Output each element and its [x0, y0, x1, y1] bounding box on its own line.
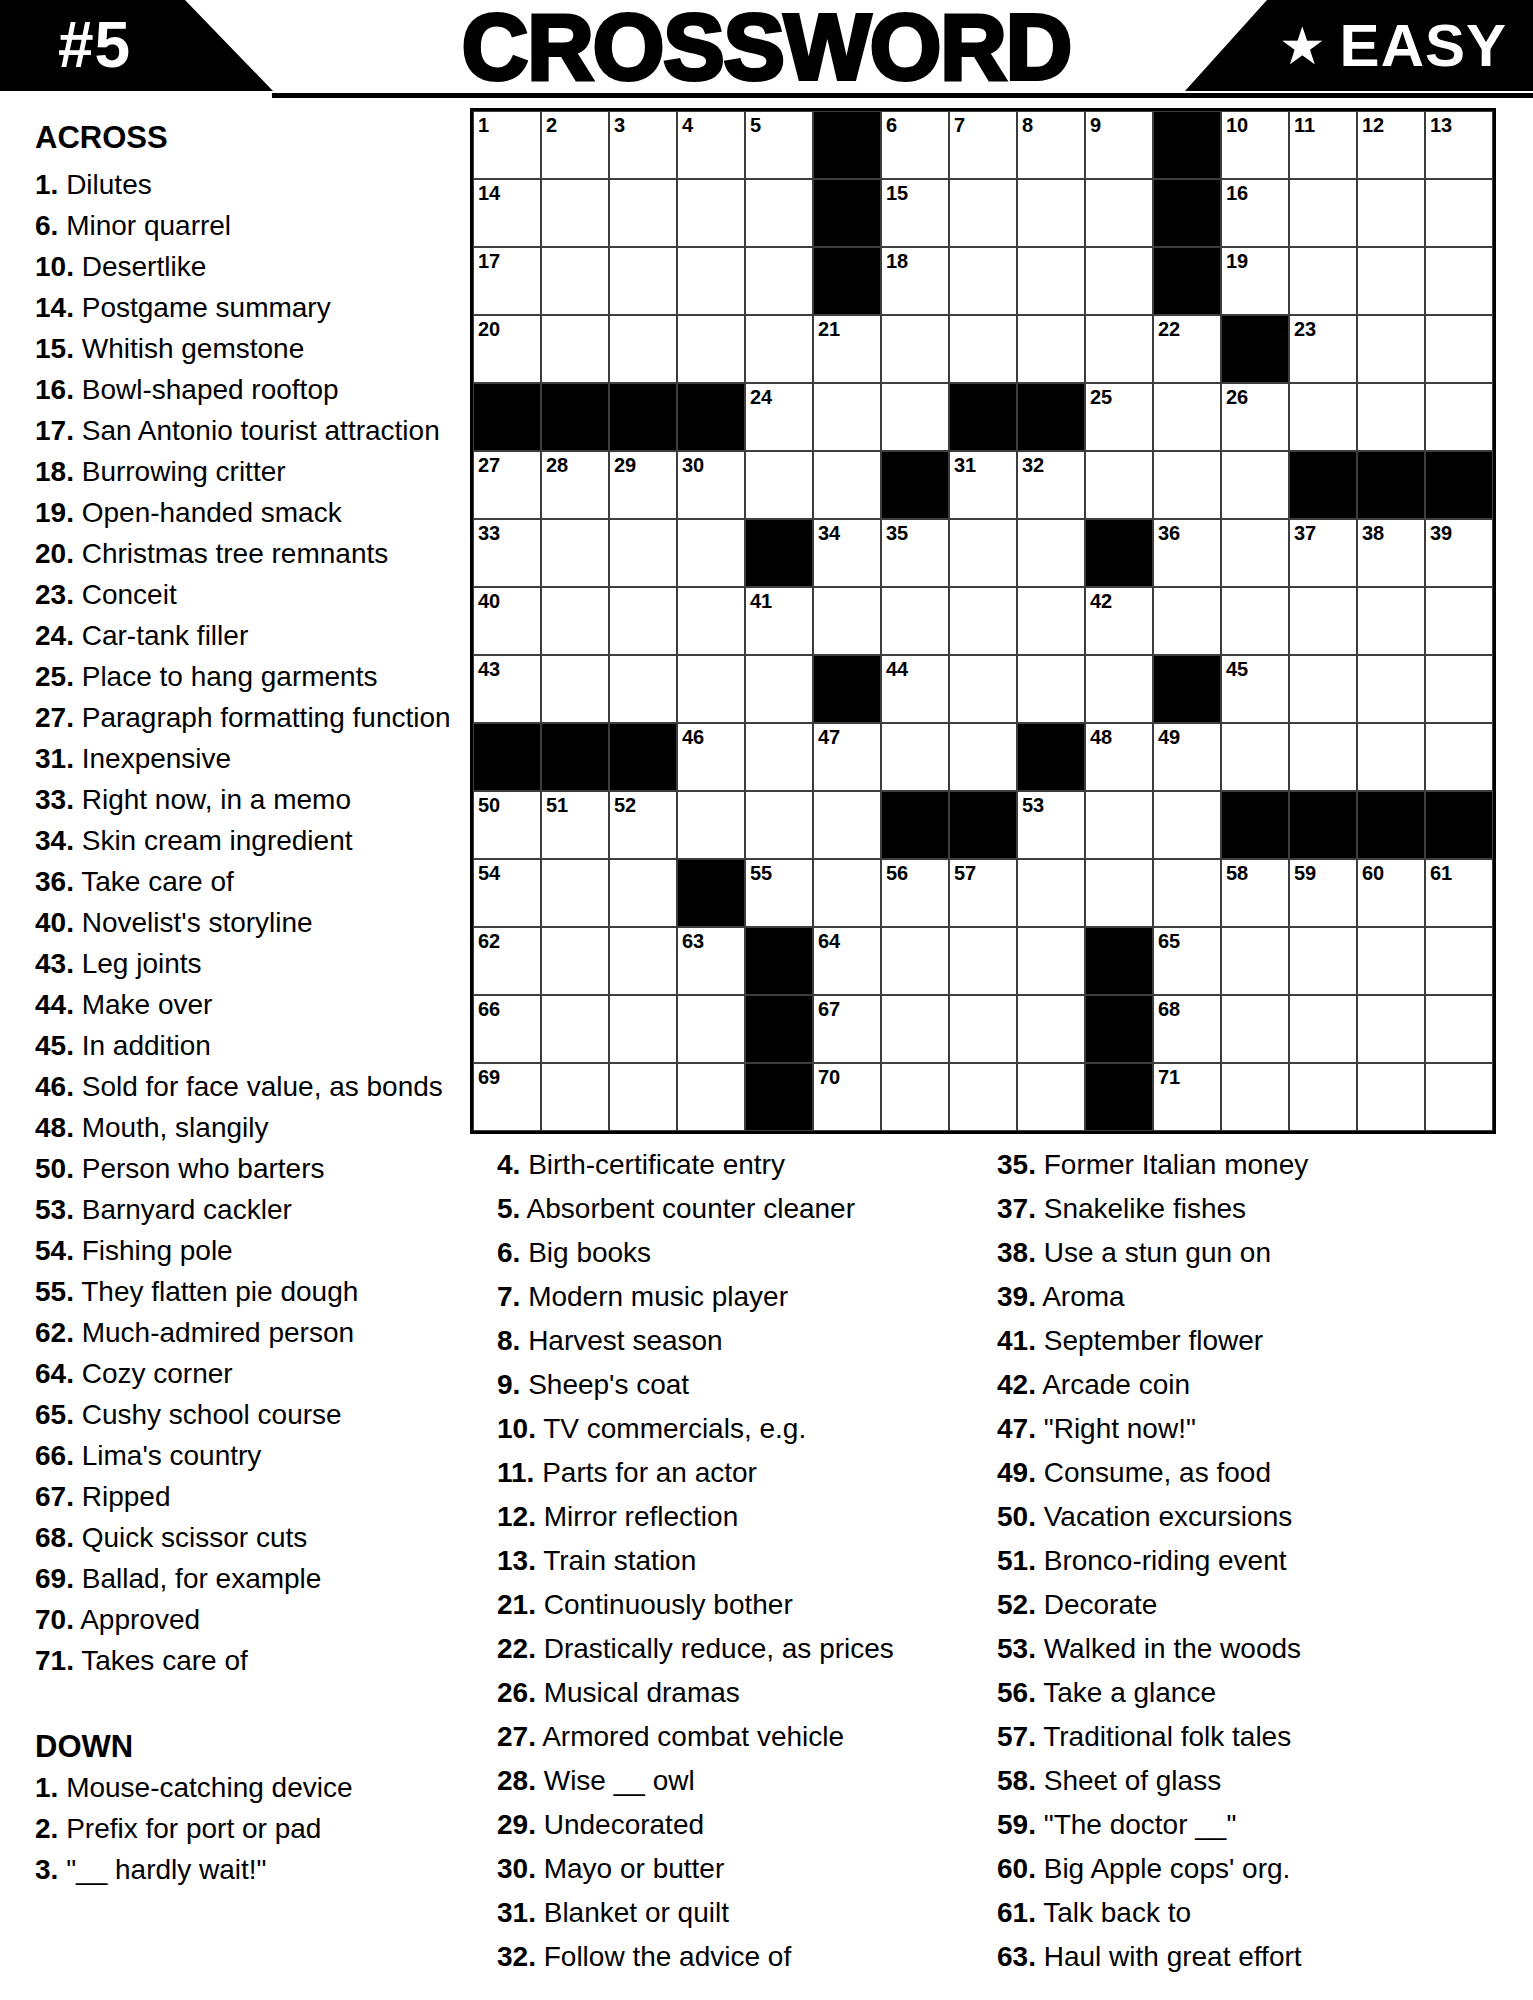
cell-r4c3[interactable] — [609, 315, 677, 383]
cell-r15c2[interactable] — [541, 1063, 609, 1131]
cell-r3c13[interactable] — [1289, 247, 1357, 315]
clue-number: 1. — [35, 169, 58, 200]
cell-number-15: 15 — [886, 181, 908, 205]
black-cell-r11c13 — [1289, 791, 1357, 859]
clue-number: 6. — [497, 1237, 520, 1268]
cell-r7c12[interactable] — [1221, 519, 1289, 587]
cell-r6c3[interactable]: 29 — [609, 451, 677, 519]
cell-r3c10[interactable] — [1085, 247, 1153, 315]
cell-number-56: 56 — [886, 861, 908, 885]
cell-r15c11[interactable]: 71 — [1153, 1063, 1221, 1131]
cell-r11c5[interactable] — [745, 791, 813, 859]
cell-number-34: 34 — [818, 521, 840, 545]
cell-r9c5[interactable] — [745, 655, 813, 723]
clue-number: 33. — [35, 784, 74, 815]
clue-number: 36. — [35, 866, 74, 897]
clue-down-42: 42. Arcade coin — [997, 1370, 1477, 1400]
cell-r8c6[interactable] — [813, 587, 881, 655]
cell-r8c7[interactable] — [881, 587, 949, 655]
cell-r1c3[interactable]: 3 — [609, 111, 677, 179]
cell-r4c13[interactable]: 23 — [1289, 315, 1357, 383]
cell-number-67: 67 — [818, 997, 840, 1021]
black-cell-r14c10 — [1085, 995, 1153, 1063]
cell-r12c6[interactable] — [813, 859, 881, 927]
clue-number: 29. — [497, 1809, 536, 1840]
clue-down-21: 21. Continuously bother — [497, 1590, 982, 1620]
cell-r13c14[interactable] — [1357, 927, 1425, 995]
cell-r12c10[interactable] — [1085, 859, 1153, 927]
cell-r8c14[interactable] — [1357, 587, 1425, 655]
clue-number: 21. — [497, 1589, 536, 1620]
cell-r14c1[interactable]: 66 — [473, 995, 541, 1063]
cell-r11c4[interactable] — [677, 791, 745, 859]
cell-r2c3[interactable] — [609, 179, 677, 247]
cell-r4c15[interactable] — [1425, 315, 1493, 383]
cell-r4c5[interactable] — [745, 315, 813, 383]
cell-r8c10[interactable]: 42 — [1085, 587, 1153, 655]
cell-r9c4[interactable] — [677, 655, 745, 723]
clue-number: 14. — [35, 292, 74, 323]
black-cell-r6c15 — [1425, 451, 1493, 519]
clue-number: 50. — [35, 1153, 74, 1184]
cell-r13c3[interactable] — [609, 927, 677, 995]
cell-r1c8[interactable]: 7 — [949, 111, 1017, 179]
cell-r13c8[interactable] — [949, 927, 1017, 995]
cell-r12c15[interactable]: 61 — [1425, 859, 1493, 927]
cell-r5c6[interactable] — [813, 383, 881, 451]
cell-r12c8[interactable]: 57 — [949, 859, 1017, 927]
cell-r9c7[interactable]: 44 — [881, 655, 949, 723]
cell-r4c11[interactable]: 22 — [1153, 315, 1221, 383]
clue-number: 43. — [35, 948, 74, 979]
cell-r6c6[interactable] — [813, 451, 881, 519]
cell-r7c6[interactable]: 34 — [813, 519, 881, 587]
cell-r15c15[interactable] — [1425, 1063, 1493, 1131]
clue-number: 64. — [35, 1358, 74, 1389]
cell-r4c9[interactable] — [1017, 315, 1085, 383]
cell-r12c12[interactable]: 58 — [1221, 859, 1289, 927]
cell-r12c2[interactable] — [541, 859, 609, 927]
cell-r8c1[interactable]: 40 — [473, 587, 541, 655]
cell-r2c15[interactable] — [1425, 179, 1493, 247]
cell-r3c1[interactable]: 17 — [473, 247, 541, 315]
cell-r9c9[interactable] — [1017, 655, 1085, 723]
clue-down-28: 28. Wise __ owl — [497, 1766, 982, 1796]
clue-down-32: 32. Follow the advice of — [497, 1942, 982, 1972]
cell-r10c15[interactable] — [1425, 723, 1493, 791]
clue-number: 26. — [497, 1677, 536, 1708]
black-cell-r11c14 — [1357, 791, 1425, 859]
cell-r3c7[interactable]: 18 — [881, 247, 949, 315]
cell-number-52: 52 — [614, 793, 636, 817]
cell-r15c1[interactable]: 69 — [473, 1063, 541, 1131]
cell-r8c5[interactable]: 41 — [745, 587, 813, 655]
cell-r7c13[interactable]: 37 — [1289, 519, 1357, 587]
cell-r7c9[interactable] — [1017, 519, 1085, 587]
cell-r6c12[interactable] — [1221, 451, 1289, 519]
clue-number: 54. — [35, 1235, 74, 1266]
clue-down-63: 63. Haul with great effort — [997, 1942, 1477, 1972]
cell-r7c7[interactable]: 35 — [881, 519, 949, 587]
clue-down-50: 50. Vacation excursions — [997, 1502, 1477, 1532]
clue-across-16: 16. Bowl-shaped rooftop — [35, 375, 461, 404]
cell-r1c9[interactable]: 8 — [1017, 111, 1085, 179]
cell-r6c11[interactable] — [1153, 451, 1221, 519]
clue-down-2: 2. Prefix for port or pad — [35, 1814, 461, 1843]
cell-r14c15[interactable] — [1425, 995, 1493, 1063]
black-cell-r14c5 — [745, 995, 813, 1063]
clue-across-10: 10. Desertlike — [35, 252, 461, 281]
cell-r7c1[interactable]: 33 — [473, 519, 541, 587]
cell-r10c12[interactable] — [1221, 723, 1289, 791]
black-cell-r7c10 — [1085, 519, 1153, 587]
cell-r13c11[interactable]: 65 — [1153, 927, 1221, 995]
black-cell-r5c3 — [609, 383, 677, 451]
cell-r4c1[interactable]: 20 — [473, 315, 541, 383]
cell-r3c14[interactable] — [1357, 247, 1425, 315]
cell-r9c3[interactable] — [609, 655, 677, 723]
cell-r9c10[interactable] — [1085, 655, 1153, 723]
cell-r2c12[interactable]: 16 — [1221, 179, 1289, 247]
cell-number-10: 10 — [1226, 113, 1248, 137]
clue-number: 59. — [997, 1809, 1036, 1840]
cell-r10c7[interactable] — [881, 723, 949, 791]
black-cell-r2c6 — [813, 179, 881, 247]
cell-r3c4[interactable] — [677, 247, 745, 315]
cell-r13c1[interactable]: 62 — [473, 927, 541, 995]
black-cell-r6c14 — [1357, 451, 1425, 519]
clue-down-29: 29. Undecorated — [497, 1810, 982, 1840]
cell-r6c9[interactable]: 32 — [1017, 451, 1085, 519]
cell-r7c8[interactable] — [949, 519, 1017, 587]
cell-r10c6[interactable]: 47 — [813, 723, 881, 791]
cell-r15c7[interactable] — [881, 1063, 949, 1131]
cell-r7c15[interactable]: 39 — [1425, 519, 1493, 587]
cell-number-39: 39 — [1430, 521, 1452, 545]
header-rule — [272, 93, 1533, 98]
cell-r6c1[interactable]: 27 — [473, 451, 541, 519]
cell-r9c14[interactable] — [1357, 655, 1425, 723]
clue-down-3: 3. "__ hardly wait!" — [35, 1855, 461, 1884]
clue-down-38: 38. Use a stun gun on — [997, 1238, 1477, 1268]
cell-r6c4[interactable]: 30 — [677, 451, 745, 519]
cell-r6c5[interactable] — [745, 451, 813, 519]
cell-r14c7[interactable] — [881, 995, 949, 1063]
cell-r13c9[interactable] — [1017, 927, 1085, 995]
cell-r3c9[interactable] — [1017, 247, 1085, 315]
cell-r13c7[interactable] — [881, 927, 949, 995]
cell-r11c1[interactable]: 50 — [473, 791, 541, 859]
cell-r4c6[interactable]: 21 — [813, 315, 881, 383]
cell-r10c10[interactable]: 48 — [1085, 723, 1153, 791]
cell-r12c11[interactable] — [1153, 859, 1221, 927]
cell-r9c12[interactable]: 45 — [1221, 655, 1289, 723]
cell-r6c2[interactable]: 28 — [541, 451, 609, 519]
cell-number-36: 36 — [1158, 521, 1180, 545]
cell-r14c6[interactable]: 67 — [813, 995, 881, 1063]
cell-number-32: 32 — [1022, 453, 1044, 477]
cell-r1c13[interactable]: 11 — [1289, 111, 1357, 179]
clue-number: 71. — [35, 1645, 74, 1676]
cell-number-14: 14 — [478, 181, 500, 205]
cell-r4c2[interactable] — [541, 315, 609, 383]
cell-r11c6[interactable] — [813, 791, 881, 859]
cell-r3c15[interactable] — [1425, 247, 1493, 315]
clue-number: 46. — [35, 1071, 74, 1102]
clue-down-47: 47. "Right now!" — [997, 1414, 1477, 1444]
clue-across-65: 65. Cushy school course — [35, 1400, 461, 1429]
clue-number: 50. — [997, 1501, 1036, 1532]
cell-r7c3[interactable] — [609, 519, 677, 587]
cell-r1c12[interactable]: 10 — [1221, 111, 1289, 179]
clue-down-61: 61. Talk back to — [997, 1898, 1477, 1928]
black-cell-r2c11 — [1153, 179, 1221, 247]
cell-r14c4[interactable] — [677, 995, 745, 1063]
black-cell-r6c13 — [1289, 451, 1357, 519]
cell-r1c4[interactable]: 4 — [677, 111, 745, 179]
clue-down-13: 13. Train station — [497, 1546, 982, 1576]
cell-number-13: 13 — [1430, 113, 1452, 137]
clue-number: 51. — [997, 1545, 1036, 1576]
cell-r14c3[interactable] — [609, 995, 677, 1063]
cell-r2c9[interactable] — [1017, 179, 1085, 247]
clue-number: 19. — [35, 497, 74, 528]
clue-across-70: 70. Approved — [35, 1605, 461, 1634]
cell-r8c2[interactable] — [541, 587, 609, 655]
cell-r12c14[interactable]: 60 — [1357, 859, 1425, 927]
cell-r2c5[interactable] — [745, 179, 813, 247]
cell-r14c14[interactable] — [1357, 995, 1425, 1063]
cell-r5c10[interactable]: 25 — [1085, 383, 1153, 451]
cell-r13c12[interactable] — [1221, 927, 1289, 995]
cell-r2c13[interactable] — [1289, 179, 1357, 247]
clue-across-66: 66. Lima's country — [35, 1441, 461, 1470]
cell-r13c13[interactable] — [1289, 927, 1357, 995]
cell-r8c8[interactable] — [949, 587, 1017, 655]
cell-number-25: 25 — [1090, 385, 1112, 409]
cell-r14c11[interactable]: 68 — [1153, 995, 1221, 1063]
cell-r10c13[interactable] — [1289, 723, 1357, 791]
cell-r9c15[interactable] — [1425, 655, 1493, 723]
cell-r1c15[interactable]: 13 — [1425, 111, 1493, 179]
cell-r11c10[interactable] — [1085, 791, 1153, 859]
cell-number-43: 43 — [478, 657, 500, 681]
cell-r12c7[interactable]: 56 — [881, 859, 949, 927]
cell-r3c2[interactable] — [541, 247, 609, 315]
cell-r4c14[interactable] — [1357, 315, 1425, 383]
cell-r15c3[interactable] — [609, 1063, 677, 1131]
clue-down-26: 26. Musical dramas — [497, 1678, 982, 1708]
cell-r15c9[interactable] — [1017, 1063, 1085, 1131]
clue-number: 27. — [497, 1721, 536, 1752]
cell-r9c2[interactable] — [541, 655, 609, 723]
black-cell-r11c8 — [949, 791, 1017, 859]
black-cell-r6c7 — [881, 451, 949, 519]
cell-r8c15[interactable] — [1425, 587, 1493, 655]
cell-r1c5[interactable]: 5 — [745, 111, 813, 179]
clue-down-56: 56. Take a glance — [997, 1678, 1477, 1708]
crossword-grid: 1234567891011121314151617181920212223242… — [470, 108, 1496, 1134]
clue-number: 48. — [35, 1112, 74, 1143]
clue-across-64: 64. Cozy corner — [35, 1359, 461, 1388]
cell-r12c13[interactable]: 59 — [1289, 859, 1357, 927]
clue-number: 27. — [35, 702, 74, 733]
cell-r13c15[interactable] — [1425, 927, 1493, 995]
cell-r7c4[interactable] — [677, 519, 745, 587]
cell-r7c11[interactable]: 36 — [1153, 519, 1221, 587]
cell-r5c12[interactable]: 26 — [1221, 383, 1289, 451]
cell-r7c2[interactable] — [541, 519, 609, 587]
cell-r5c7[interactable] — [881, 383, 949, 451]
cell-r5c15[interactable] — [1425, 383, 1493, 451]
cell-r15c14[interactable] — [1357, 1063, 1425, 1131]
clue-down-12: 12. Mirror reflection — [497, 1502, 982, 1532]
clue-number: 63. — [997, 1941, 1036, 1972]
cell-r8c11[interactable] — [1153, 587, 1221, 655]
clue-across-14: 14. Postgame summary — [35, 293, 461, 322]
cell-r1c14[interactable]: 12 — [1357, 111, 1425, 179]
cell-r9c8[interactable] — [949, 655, 1017, 723]
cell-r1c7[interactable]: 6 — [881, 111, 949, 179]
cell-r14c9[interactable] — [1017, 995, 1085, 1063]
cell-r8c9[interactable] — [1017, 587, 1085, 655]
cell-number-45: 45 — [1226, 657, 1248, 681]
cell-r13c4[interactable]: 63 — [677, 927, 745, 995]
cell-r13c6[interactable]: 64 — [813, 927, 881, 995]
cell-r8c3[interactable] — [609, 587, 677, 655]
cell-r10c14[interactable] — [1357, 723, 1425, 791]
clue-across-23: 23. Conceit — [35, 580, 461, 609]
cell-r10c4[interactable]: 46 — [677, 723, 745, 791]
down-clue-list-3: 35. Former Italian money37. Snakelike fi… — [997, 1150, 1477, 1972]
clue-down-4: 4. Birth-certificate entry — [497, 1150, 982, 1180]
cell-r4c8[interactable] — [949, 315, 1017, 383]
cell-r2c8[interactable] — [949, 179, 1017, 247]
cell-r11c11[interactable] — [1153, 791, 1221, 859]
cell-r1c2[interactable]: 2 — [541, 111, 609, 179]
cell-r5c11[interactable] — [1153, 383, 1221, 451]
down-clue-list-2: 4. Birth-certificate entry5. Absorbent c… — [497, 1150, 982, 1972]
black-cell-r3c11 — [1153, 247, 1221, 315]
clue-number: 66. — [35, 1440, 74, 1471]
cell-r14c8[interactable] — [949, 995, 1017, 1063]
cell-r3c3[interactable] — [609, 247, 677, 315]
cell-number-58: 58 — [1226, 861, 1248, 885]
cell-r14c2[interactable] — [541, 995, 609, 1063]
cell-r6c10[interactable] — [1085, 451, 1153, 519]
cell-r3c5[interactable] — [745, 247, 813, 315]
cell-r2c14[interactable] — [1357, 179, 1425, 247]
cell-number-59: 59 — [1294, 861, 1316, 885]
black-cell-r13c5 — [745, 927, 813, 995]
clue-number: 12. — [497, 1501, 536, 1532]
cell-number-6: 6 — [886, 113, 897, 137]
cell-r10c5[interactable] — [745, 723, 813, 791]
cell-r13c2[interactable] — [541, 927, 609, 995]
down-clue-list-1: 1. Mouse-catching device2. Prefix for po… — [35, 1773, 461, 1884]
cell-r15c8[interactable] — [949, 1063, 1017, 1131]
cell-r5c14[interactable] — [1357, 383, 1425, 451]
cell-r2c1[interactable]: 14 — [473, 179, 541, 247]
black-cell-r5c8 — [949, 383, 1017, 451]
black-cell-r12c4 — [677, 859, 745, 927]
clue-number: 6. — [35, 210, 58, 241]
clue-number: 31. — [35, 743, 74, 774]
clue-number: 37. — [997, 1193, 1036, 1224]
clue-down-10: 10. TV commercials, e.g. — [497, 1414, 982, 1444]
cell-r6c8[interactable]: 31 — [949, 451, 1017, 519]
cell-r12c1[interactable]: 54 — [473, 859, 541, 927]
clue-number: 8. — [497, 1325, 520, 1356]
cell-r11c2[interactable]: 51 — [541, 791, 609, 859]
cell-r9c13[interactable] — [1289, 655, 1357, 723]
clue-down-57: 57. Traditional folk tales — [997, 1722, 1477, 1752]
clue-number: 15. — [35, 333, 74, 364]
cell-r12c3[interactable] — [609, 859, 677, 927]
cell-r10c11[interactable]: 49 — [1153, 723, 1221, 791]
cell-r14c13[interactable] — [1289, 995, 1357, 1063]
clue-across-67: 67. Ripped — [35, 1482, 461, 1511]
cell-r15c13[interactable] — [1289, 1063, 1357, 1131]
clue-number: 28. — [497, 1765, 536, 1796]
clue-down-5: 5. Absorbent counter cleaner — [497, 1194, 982, 1224]
cell-r9c1[interactable]: 43 — [473, 655, 541, 723]
cell-r8c13[interactable] — [1289, 587, 1357, 655]
down-heading: DOWN — [35, 1729, 461, 1765]
cell-number-65: 65 — [1158, 929, 1180, 953]
cell-r14c12[interactable] — [1221, 995, 1289, 1063]
cell-r12c9[interactable] — [1017, 859, 1085, 927]
cell-r11c9[interactable]: 53 — [1017, 791, 1085, 859]
cell-r4c10[interactable] — [1085, 315, 1153, 383]
clue-across-1: 1. Dilutes — [35, 170, 461, 199]
cell-number-49: 49 — [1158, 725, 1180, 749]
cell-r15c12[interactable] — [1221, 1063, 1289, 1131]
cell-r10c8[interactable] — [949, 723, 1017, 791]
clue-across-25: 25. Place to hang garments — [35, 662, 461, 691]
cell-number-26: 26 — [1226, 385, 1248, 409]
cell-r5c5[interactable]: 24 — [745, 383, 813, 451]
cell-r3c12[interactable]: 19 — [1221, 247, 1289, 315]
clue-down-30: 30. Mayo or butter — [497, 1854, 982, 1884]
cell-r2c10[interactable] — [1085, 179, 1153, 247]
black-cell-r3c6 — [813, 247, 881, 315]
clue-down-1: 1. Mouse-catching device — [35, 1773, 461, 1802]
cell-r2c4[interactable] — [677, 179, 745, 247]
cell-r7c14[interactable]: 38 — [1357, 519, 1425, 587]
cell-r1c1[interactable]: 1 — [473, 111, 541, 179]
clue-across-45: 45. In addition — [35, 1031, 461, 1060]
cell-r8c12[interactable] — [1221, 587, 1289, 655]
cell-number-50: 50 — [478, 793, 500, 817]
cell-r4c4[interactable] — [677, 315, 745, 383]
cell-r2c2[interactable] — [541, 179, 609, 247]
cell-r11c3[interactable]: 52 — [609, 791, 677, 859]
cell-r8c4[interactable] — [677, 587, 745, 655]
cell-number-40: 40 — [478, 589, 500, 613]
cell-r15c4[interactable] — [677, 1063, 745, 1131]
clue-across-18: 18. Burrowing critter — [35, 457, 461, 486]
cell-r12c5[interactable]: 55 — [745, 859, 813, 927]
clue-number: 5. — [497, 1193, 520, 1224]
cell-r3c8[interactable] — [949, 247, 1017, 315]
cell-r2c7[interactable]: 15 — [881, 179, 949, 247]
cell-r15c6[interactable]: 70 — [813, 1063, 881, 1131]
cell-r1c10[interactable]: 9 — [1085, 111, 1153, 179]
clue-number: 25. — [35, 661, 74, 692]
cell-r4c7[interactable] — [881, 315, 949, 383]
cell-r5c13[interactable] — [1289, 383, 1357, 451]
